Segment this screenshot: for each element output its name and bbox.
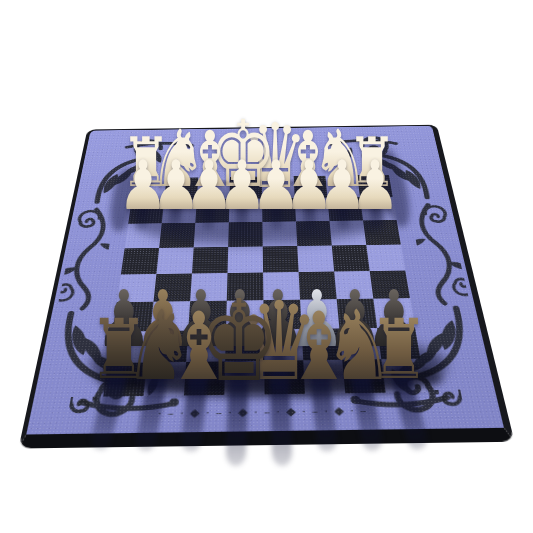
piece-black-rook-h8[interactable]: ♜ [89, 309, 150, 392]
pieces-layer: ♜♞♝♛♚♝♞♜♟♟♟♟♟♟♟♟♟♟♟♟♟♟♟♟♜♞♝♛♚♝♞♜ [0, 0, 533, 533]
piece-white-pawn-h2[interactable]: ♟ [118, 152, 168, 220]
photo-stage: ·–·◆·–·◆·–·◆·–·◆·– ♜♞♝♛♚♝♞♜♟♟♟♟♟♟♟♟♟♟♟♟♟… [0, 0, 533, 533]
